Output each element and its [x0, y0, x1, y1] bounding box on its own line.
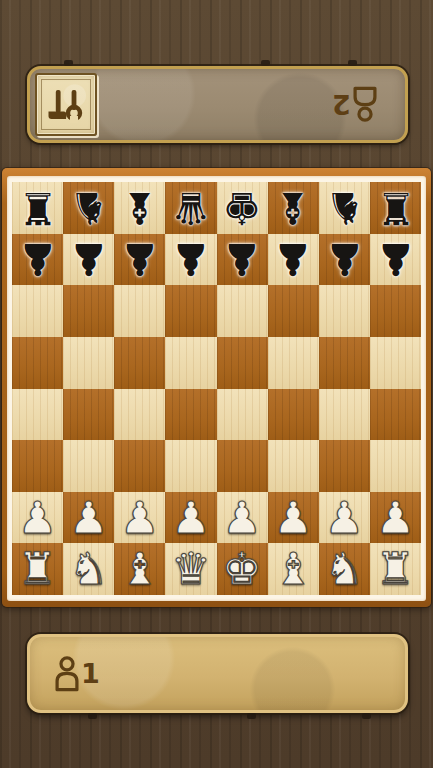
- square-g1[interactable]: ♞: [319, 543, 370, 595]
- square-b6[interactable]: [63, 285, 114, 337]
- square-e4[interactable]: [217, 389, 268, 441]
- black-pawn[interactable]: ♟: [69, 237, 108, 281]
- square-b5[interactable]: [63, 337, 114, 389]
- square-c7[interactable]: ♟: [114, 234, 165, 286]
- player2-label: 2: [332, 91, 351, 118]
- black-pawn[interactable]: ♟: [273, 237, 312, 281]
- square-h5[interactable]: [370, 337, 421, 389]
- square-d5[interactable]: [165, 337, 216, 389]
- black-bishop[interactable]: ♝: [120, 186, 159, 230]
- black-knight[interactable]: ♞: [325, 186, 364, 230]
- white-pawn[interactable]: ♟: [273, 496, 312, 540]
- white-rook[interactable]: ♜: [376, 547, 415, 591]
- settings-tools-button[interactable]: [35, 73, 97, 136]
- square-e7[interactable]: ♟: [217, 234, 268, 286]
- square-c3[interactable]: [114, 440, 165, 492]
- square-g3[interactable]: [319, 440, 370, 492]
- square-e5[interactable]: [217, 337, 268, 389]
- square-d2[interactable]: ♟: [165, 492, 216, 544]
- square-g8[interactable]: ♞: [319, 182, 370, 234]
- square-g7[interactable]: ♟: [319, 234, 370, 286]
- chess-board-frame: ♜♞♝♛♚♝♞♜♟♟♟♟♟♟♟♟♟♟♟♟♟♟♟♟♜♞♝♛♚♝♞♜: [2, 168, 431, 607]
- player2-person-icon: [351, 86, 379, 123]
- square-h7[interactable]: ♟: [370, 234, 421, 286]
- square-f5[interactable]: [268, 337, 319, 389]
- wrench-hammer-icon: [41, 79, 91, 130]
- square-d3[interactable]: [165, 440, 216, 492]
- black-pawn[interactable]: ♟: [325, 237, 364, 281]
- square-a3[interactable]: [12, 440, 63, 492]
- app-background: 2 ♜♞♝♛♚♝♞♜♟♟♟♟♟♟♟♟♟♟♟♟♟♟♟♟♜♞♝♛♚♝♞♜ 1: [0, 0, 433, 768]
- black-pawn[interactable]: ♟: [376, 237, 415, 281]
- square-f6[interactable]: [268, 285, 319, 337]
- black-pawn[interactable]: ♟: [120, 237, 159, 281]
- square-b2[interactable]: ♟: [63, 492, 114, 544]
- square-c2[interactable]: ♟: [114, 492, 165, 544]
- square-b1[interactable]: ♞: [63, 543, 114, 595]
- white-pawn[interactable]: ♟: [325, 496, 364, 540]
- square-g6[interactable]: [319, 285, 370, 337]
- square-c4[interactable]: [114, 389, 165, 441]
- white-pawn[interactable]: ♟: [222, 496, 261, 540]
- black-pawn[interactable]: ♟: [18, 237, 57, 281]
- white-knight[interactable]: ♞: [325, 547, 364, 591]
- square-a4[interactable]: [12, 389, 63, 441]
- white-rook[interactable]: ♜: [18, 547, 57, 591]
- square-f4[interactable]: [268, 389, 319, 441]
- square-b4[interactable]: [63, 389, 114, 441]
- square-e1[interactable]: ♚: [217, 543, 268, 595]
- player1-person-icon: [53, 655, 81, 692]
- square-c6[interactable]: [114, 285, 165, 337]
- square-c8[interactable]: ♝: [114, 182, 165, 234]
- black-rook[interactable]: ♜: [376, 186, 415, 230]
- white-pawn[interactable]: ♟: [120, 496, 159, 540]
- square-g4[interactable]: [319, 389, 370, 441]
- white-pawn[interactable]: ♟: [18, 496, 57, 540]
- square-b3[interactable]: [63, 440, 114, 492]
- white-bishop[interactable]: ♝: [120, 547, 159, 591]
- square-f8[interactable]: ♝: [268, 182, 319, 234]
- square-g2[interactable]: ♟: [319, 492, 370, 544]
- black-king[interactable]: ♚: [222, 186, 261, 230]
- white-knight[interactable]: ♞: [69, 547, 108, 591]
- square-a6[interactable]: [12, 285, 63, 337]
- square-h6[interactable]: [370, 285, 421, 337]
- square-e2[interactable]: ♟: [217, 492, 268, 544]
- black-rook[interactable]: ♜: [18, 186, 57, 230]
- square-f7[interactable]: ♟: [268, 234, 319, 286]
- player1-label: 1: [81, 660, 100, 687]
- black-pawn[interactable]: ♟: [171, 237, 210, 281]
- board-inner-border: ♜♞♝♛♚♝♞♜♟♟♟♟♟♟♟♟♟♟♟♟♟♟♟♟♜♞♝♛♚♝♞♜: [7, 176, 426, 601]
- square-d8[interactable]: ♛: [165, 182, 216, 234]
- square-h3[interactable]: [370, 440, 421, 492]
- chess-board[interactable]: ♜♞♝♛♚♝♞♜♟♟♟♟♟♟♟♟♟♟♟♟♟♟♟♟♜♞♝♛♚♝♞♜: [12, 182, 421, 595]
- square-h8[interactable]: ♜: [370, 182, 421, 234]
- shadow-notch: [88, 713, 97, 719]
- white-king[interactable]: ♚: [222, 547, 261, 591]
- black-queen[interactable]: ♛: [171, 186, 210, 230]
- square-e8[interactable]: ♚: [217, 182, 268, 234]
- player2-bar: 2: [27, 66, 408, 143]
- square-a7[interactable]: ♟: [12, 234, 63, 286]
- square-g5[interactable]: [319, 337, 370, 389]
- black-knight[interactable]: ♞: [69, 186, 108, 230]
- square-b8[interactable]: ♞: [63, 182, 114, 234]
- square-d1[interactable]: ♛: [165, 543, 216, 595]
- white-pawn[interactable]: ♟: [376, 496, 415, 540]
- white-pawn[interactable]: ♟: [171, 496, 210, 540]
- square-b7[interactable]: ♟: [63, 234, 114, 286]
- square-d4[interactable]: [165, 389, 216, 441]
- square-a2[interactable]: ♟: [12, 492, 63, 544]
- square-a1[interactable]: ♜: [12, 543, 63, 595]
- shadow-notch: [362, 713, 371, 719]
- square-c5[interactable]: [114, 337, 165, 389]
- square-h1[interactable]: ♜: [370, 543, 421, 595]
- black-pawn[interactable]: ♟: [222, 237, 261, 281]
- shadow-notch: [247, 713, 256, 719]
- square-c1[interactable]: ♝: [114, 543, 165, 595]
- square-a8[interactable]: ♜: [12, 182, 63, 234]
- white-pawn[interactable]: ♟: [69, 496, 108, 540]
- square-f2[interactable]: ♟: [268, 492, 319, 544]
- square-h2[interactable]: ♟: [370, 492, 421, 544]
- square-d6[interactable]: [165, 285, 216, 337]
- square-d7[interactable]: ♟: [165, 234, 216, 286]
- player1-bar: 1: [27, 634, 408, 713]
- square-f3[interactable]: [268, 440, 319, 492]
- square-a5[interactable]: [12, 337, 63, 389]
- square-e6[interactable]: [217, 285, 268, 337]
- square-h4[interactable]: [370, 389, 421, 441]
- square-e3[interactable]: [217, 440, 268, 492]
- black-bishop[interactable]: ♝: [273, 186, 312, 230]
- white-queen[interactable]: ♛: [171, 547, 210, 591]
- square-f1[interactable]: ♝: [268, 543, 319, 595]
- white-bishop[interactable]: ♝: [273, 547, 312, 591]
